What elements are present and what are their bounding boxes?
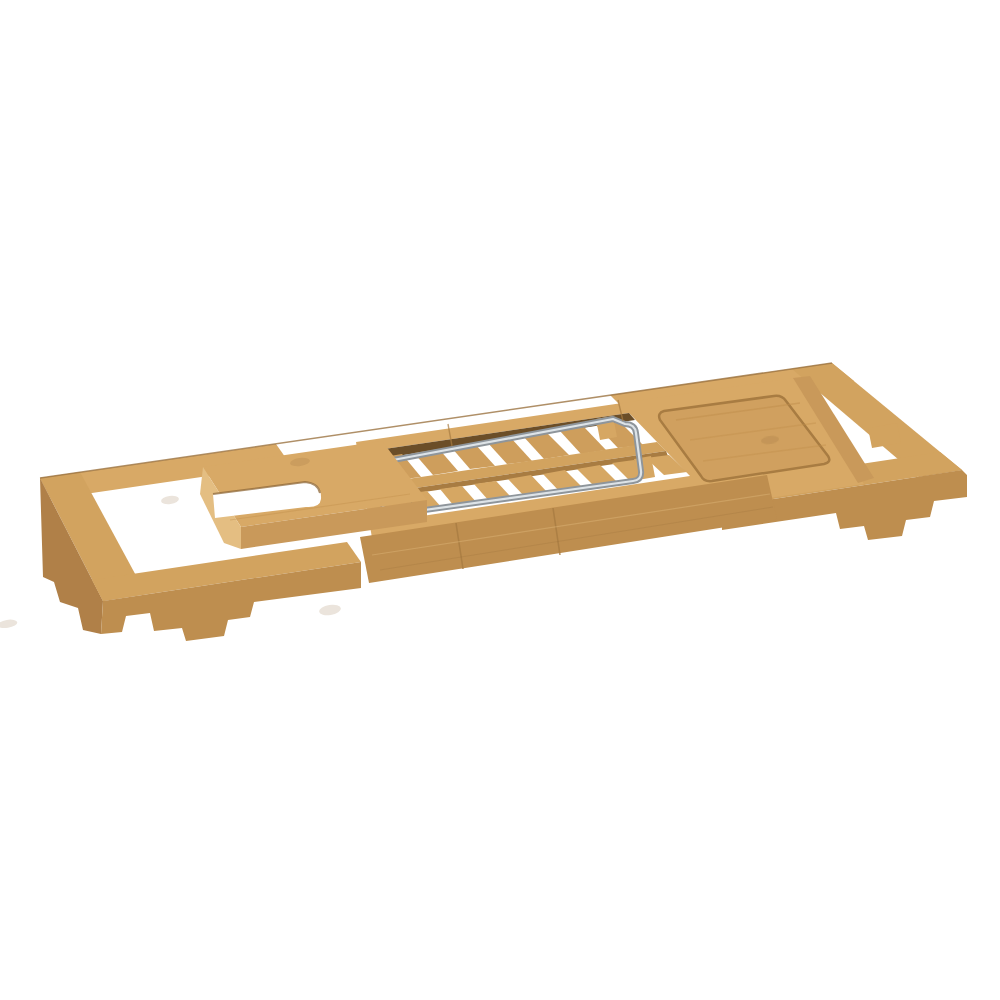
- product-photo-canvas: [0, 0, 1000, 1000]
- bamboo-bathtub-caddy: [0, 0, 1000, 1000]
